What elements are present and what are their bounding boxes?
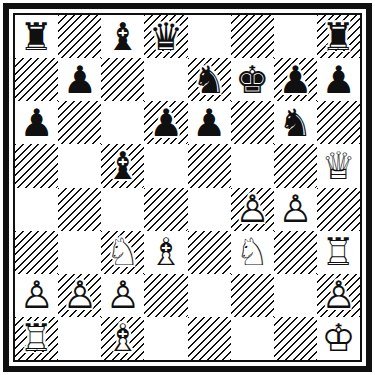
square-b5 <box>58 144 101 187</box>
piece-white-pawn: ♟♙ <box>317 274 360 317</box>
square-b1 <box>58 317 101 360</box>
piece-white-pawn-glyph: ♙ <box>20 276 54 314</box>
square-d1 <box>144 317 187 360</box>
piece-white-queen-glyph: ♕ <box>321 147 355 185</box>
square-c5: ♝♝ <box>101 144 144 187</box>
piece-white-bishop: ♝♗ <box>144 231 187 274</box>
square-f6 <box>231 101 274 144</box>
piece-black-king: ♚♚ <box>231 58 274 101</box>
square-h4 <box>317 188 360 231</box>
piece-black-pawn-glyph: ♟ <box>149 104 183 142</box>
chess-board: ♜♜♝♝♛♛♜♜♟♟♞♞♚♚♟♟♟♟♟♟♟♟♟♟♞♞♝♝♛♕♟♙♟♙♞♘♝♗♞♘… <box>13 13 362 362</box>
square-b8 <box>58 15 101 58</box>
square-g3 <box>274 231 317 274</box>
piece-black-pawn: ♟♟ <box>15 101 58 144</box>
square-b7: ♟♟ <box>58 58 101 101</box>
piece-white-bishop-glyph: ♗ <box>106 319 140 357</box>
square-g6: ♞♞ <box>274 101 317 144</box>
square-f4: ♟♙ <box>231 188 274 231</box>
piece-black-pawn-glyph: ♟ <box>192 104 226 142</box>
square-h5: ♛♕ <box>317 144 360 187</box>
piece-black-bishop-glyph: ♝ <box>106 18 140 56</box>
square-f3: ♞♘ <box>231 231 274 274</box>
piece-white-bishop-glyph: ♗ <box>149 233 183 271</box>
piece-black-bishop-glyph: ♝ <box>106 147 140 185</box>
piece-white-pawn-glyph: ♙ <box>106 276 140 314</box>
piece-black-king-glyph: ♚ <box>235 61 269 99</box>
piece-black-knight-glyph: ♞ <box>192 61 226 99</box>
piece-black-queen-glyph: ♛ <box>149 18 183 56</box>
piece-black-pawn-glyph: ♟ <box>321 61 355 99</box>
square-e6: ♟♟ <box>188 101 231 144</box>
piece-white-knight: ♞♘ <box>101 231 144 274</box>
piece-black-queen: ♛♛ <box>144 15 187 58</box>
piece-white-pawn: ♟♙ <box>58 274 101 317</box>
square-d3: ♝♗ <box>144 231 187 274</box>
square-d8: ♛♛ <box>144 15 187 58</box>
piece-black-pawn-glyph: ♟ <box>20 104 54 142</box>
square-a6: ♟♟ <box>15 101 58 144</box>
square-e4 <box>188 188 231 231</box>
piece-black-rook-glyph: ♜ <box>20 18 54 56</box>
square-c8: ♝♝ <box>101 15 144 58</box>
piece-black-knight: ♞♞ <box>274 101 317 144</box>
piece-black-bishop: ♝♝ <box>101 144 144 187</box>
piece-black-pawn-glyph: ♟ <box>278 61 312 99</box>
square-g8 <box>274 15 317 58</box>
square-f2 <box>231 274 274 317</box>
square-f8 <box>231 15 274 58</box>
piece-black-pawn: ♟♟ <box>58 58 101 101</box>
piece-white-knight-glyph: ♘ <box>235 233 269 271</box>
square-e1 <box>188 317 231 360</box>
square-a3 <box>15 231 58 274</box>
piece-black-pawn: ♟♟ <box>317 58 360 101</box>
piece-black-pawn: ♟♟ <box>188 101 231 144</box>
piece-white-bishop: ♝♗ <box>101 317 144 360</box>
square-a1: ♜♖ <box>15 317 58 360</box>
square-c7 <box>101 58 144 101</box>
square-e3 <box>188 231 231 274</box>
square-h3: ♜♖ <box>317 231 360 274</box>
square-h1: ♚♔ <box>317 317 360 360</box>
piece-white-pawn-glyph: ♙ <box>278 190 312 228</box>
piece-white-pawn-glyph: ♙ <box>235 190 269 228</box>
square-a4 <box>15 188 58 231</box>
square-c1: ♝♗ <box>101 317 144 360</box>
square-h8: ♜♜ <box>317 15 360 58</box>
piece-black-rook-glyph: ♜ <box>321 18 355 56</box>
piece-white-rook-glyph: ♖ <box>321 233 355 271</box>
square-c6 <box>101 101 144 144</box>
piece-black-pawn-glyph: ♟ <box>63 61 97 99</box>
square-d6: ♟♟ <box>144 101 187 144</box>
square-b2: ♟♙ <box>58 274 101 317</box>
square-c3: ♞♘ <box>101 231 144 274</box>
piece-white-rook-glyph: ♖ <box>20 319 54 357</box>
square-h2: ♟♙ <box>317 274 360 317</box>
square-f1 <box>231 317 274 360</box>
square-b6 <box>58 101 101 144</box>
square-e8 <box>188 15 231 58</box>
piece-white-king-glyph: ♔ <box>321 319 355 357</box>
square-a2: ♟♙ <box>15 274 58 317</box>
square-g5 <box>274 144 317 187</box>
piece-white-rook: ♜♖ <box>15 317 58 360</box>
piece-black-pawn: ♟♟ <box>274 58 317 101</box>
square-a8: ♜♜ <box>15 15 58 58</box>
square-b4 <box>58 188 101 231</box>
square-e7: ♞♞ <box>188 58 231 101</box>
square-e5 <box>188 144 231 187</box>
square-f5 <box>231 144 274 187</box>
piece-black-pawn: ♟♟ <box>144 101 187 144</box>
square-c4 <box>101 188 144 231</box>
piece-white-queen: ♛♕ <box>317 144 360 187</box>
piece-white-knight-glyph: ♘ <box>106 233 140 271</box>
piece-white-rook: ♜♖ <box>317 231 360 274</box>
piece-white-pawn-glyph: ♙ <box>321 276 355 314</box>
square-g4: ♟♙ <box>274 188 317 231</box>
square-a5 <box>15 144 58 187</box>
square-d7 <box>144 58 187 101</box>
square-h6 <box>317 101 360 144</box>
piece-black-knight: ♞♞ <box>188 58 231 101</box>
square-g1 <box>274 317 317 360</box>
square-d4 <box>144 188 187 231</box>
board-frame: ♜♜♝♝♛♛♜♜♟♟♞♞♚♚♟♟♟♟♟♟♟♟♟♟♞♞♝♝♛♕♟♙♟♙♞♘♝♗♞♘… <box>3 3 372 372</box>
square-f7: ♚♚ <box>231 58 274 101</box>
square-c2: ♟♙ <box>101 274 144 317</box>
square-h7: ♟♟ <box>317 58 360 101</box>
piece-white-knight: ♞♘ <box>231 231 274 274</box>
square-g7: ♟♟ <box>274 58 317 101</box>
square-d5 <box>144 144 187 187</box>
piece-black-knight-glyph: ♞ <box>278 104 312 142</box>
piece-white-pawn: ♟♙ <box>15 274 58 317</box>
square-e2 <box>188 274 231 317</box>
square-a7 <box>15 58 58 101</box>
square-d2 <box>144 274 187 317</box>
piece-black-rook: ♜♜ <box>317 15 360 58</box>
piece-white-pawn: ♟♙ <box>231 188 274 231</box>
square-b3 <box>58 231 101 274</box>
piece-black-bishop: ♝♝ <box>101 15 144 58</box>
piece-white-king: ♚♔ <box>317 317 360 360</box>
square-g2 <box>274 274 317 317</box>
piece-white-pawn: ♟♙ <box>274 188 317 231</box>
piece-white-pawn-glyph: ♙ <box>63 276 97 314</box>
piece-black-rook: ♜♜ <box>15 15 58 58</box>
piece-white-pawn: ♟♙ <box>101 274 144 317</box>
